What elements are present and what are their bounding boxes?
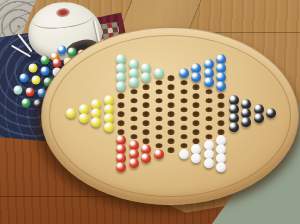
marble-A[interactable] (141, 72, 151, 82)
board-hole[interactable] (180, 125, 187, 131)
marble-Y[interactable] (91, 117, 101, 127)
photo-scene (0, 0, 300, 224)
board-hole[interactable] (180, 107, 187, 113)
board-hole[interactable] (143, 102, 150, 108)
marble-A[interactable] (154, 68, 164, 78)
marble-B[interactable] (204, 77, 214, 87)
board-hole[interactable] (218, 102, 225, 108)
board-hole[interactable] (168, 93, 175, 99)
loose-marble-Y[interactable] (32, 76, 41, 85)
marble-K[interactable] (241, 117, 251, 127)
board-hole[interactable] (168, 138, 175, 144)
board-hole[interactable] (168, 147, 175, 153)
board-hole[interactable] (205, 116, 212, 122)
board-hole[interactable] (180, 98, 187, 104)
board-hole[interactable] (118, 111, 125, 117)
board-hole[interactable] (205, 125, 212, 131)
marble-W[interactable] (191, 153, 201, 163)
loose-marble-A[interactable] (14, 86, 23, 95)
board-hole[interactable] (205, 89, 212, 95)
board-hole[interactable] (130, 125, 137, 131)
board-hole[interactable] (143, 120, 150, 126)
board-hole[interactable] (143, 111, 150, 117)
board-hole[interactable] (118, 102, 125, 108)
board-hole[interactable] (218, 120, 225, 126)
board-hole[interactable] (130, 98, 137, 104)
board-hole[interactable] (155, 125, 162, 131)
loose-marble-Y[interactable] (29, 64, 38, 73)
marble-W[interactable] (179, 149, 189, 159)
board-hole[interactable] (155, 89, 162, 95)
board-hole[interactable] (180, 80, 187, 86)
marble-K[interactable] (266, 108, 276, 118)
board-hole[interactable] (118, 120, 125, 126)
board-hole[interactable] (168, 111, 175, 117)
board-hole[interactable] (193, 93, 200, 99)
board-hole[interactable] (143, 129, 150, 135)
board-hole[interactable] (143, 138, 150, 144)
board-hole[interactable] (155, 143, 162, 149)
marble-R[interactable] (116, 162, 126, 172)
board-hole[interactable] (218, 111, 225, 117)
board-hole[interactable] (155, 116, 162, 122)
board-hole[interactable] (130, 107, 137, 113)
board-hole[interactable] (180, 89, 187, 95)
marble-B[interactable] (216, 81, 226, 91)
board-hole[interactable] (205, 134, 212, 140)
board-hole[interactable] (205, 107, 212, 113)
board-hole[interactable] (193, 138, 200, 144)
board-hole[interactable] (193, 111, 200, 117)
marble-A[interactable] (129, 77, 139, 87)
board-hole[interactable] (180, 134, 187, 140)
board-hole[interactable] (193, 120, 200, 126)
board-hole[interactable] (205, 98, 212, 104)
marble-B[interactable] (179, 68, 189, 78)
loose-marble-G[interactable] (22, 99, 31, 108)
board-hole[interactable] (155, 107, 162, 113)
board-hole[interactable] (143, 93, 150, 99)
board-hole[interactable] (118, 129, 125, 135)
board-hole[interactable] (193, 84, 200, 90)
marble-R[interactable] (154, 149, 164, 159)
board-hole[interactable] (155, 98, 162, 104)
board-hole[interactable] (168, 129, 175, 135)
board-hole[interactable] (168, 102, 175, 108)
board-hole[interactable] (218, 93, 225, 99)
board-hole[interactable] (155, 80, 162, 86)
marble-K[interactable] (254, 113, 264, 123)
board-hole[interactable] (193, 129, 200, 135)
marble-Y[interactable] (104, 122, 114, 132)
board-hole[interactable] (218, 129, 225, 135)
marble-R[interactable] (141, 153, 151, 163)
marble-Y[interactable] (66, 108, 76, 118)
board-hole[interactable] (118, 93, 125, 99)
loose-marble-B[interactable] (20, 74, 29, 83)
board-hole[interactable] (168, 84, 175, 90)
marble-Y[interactable] (79, 113, 89, 123)
board-hole[interactable] (168, 75, 175, 81)
board-hole[interactable] (130, 89, 137, 95)
board-star-grid (42, 28, 300, 206)
board-hole[interactable] (193, 102, 200, 108)
marble-B[interactable] (191, 72, 201, 82)
marble-K[interactable] (229, 122, 239, 132)
board-hole[interactable] (168, 120, 175, 126)
marble-R[interactable] (129, 158, 139, 168)
marble-A[interactable] (116, 81, 126, 91)
marble-W[interactable] (216, 162, 226, 172)
board-hole[interactable] (180, 116, 187, 122)
board-hole[interactable] (130, 116, 137, 122)
loose-marble-R[interactable] (26, 88, 35, 97)
board-hole[interactable] (180, 143, 187, 149)
board-hole[interactable] (143, 84, 150, 90)
board-hole[interactable] (155, 134, 162, 140)
board-hole[interactable] (130, 134, 137, 140)
chinese-checkers-board (41, 27, 299, 205)
marble-W[interactable] (204, 158, 214, 168)
